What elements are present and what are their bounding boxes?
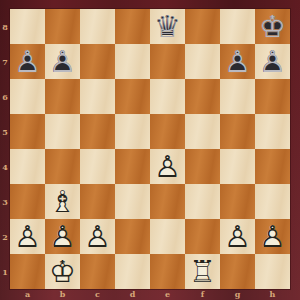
square-f6[interactable] — [185, 79, 220, 114]
file-label-c: c — [80, 289, 115, 300]
square-d3[interactable] — [115, 184, 150, 219]
square-f4[interactable] — [185, 149, 220, 184]
square-d6[interactable] — [115, 79, 150, 114]
white-pawn-glyph: ♟ — [220, 219, 255, 254]
square-e3[interactable] — [150, 184, 185, 219]
white-bishop-glyph: ♝ — [45, 184, 80, 219]
file-label-g: g — [220, 289, 255, 300]
white-bishop-outline: ♗ — [45, 184, 80, 219]
square-e2[interactable] — [150, 219, 185, 254]
piece-white-pawn-b2[interactable]: ♟♙ — [45, 219, 80, 254]
square-a1[interactable] — [10, 254, 45, 289]
square-d2[interactable] — [115, 219, 150, 254]
piece-black-queen-e8[interactable]: ♛♕ — [150, 9, 185, 44]
square-h5[interactable] — [255, 114, 290, 149]
square-b3[interactable]: ♝♗ — [45, 184, 80, 219]
square-a7[interactable]: ♟♙ — [10, 44, 45, 79]
file-label-b: b — [45, 289, 80, 300]
black-pawn-glyph: ♟ — [220, 44, 255, 79]
piece-black-pawn-h7[interactable]: ♟♙ — [255, 44, 290, 79]
square-e4[interactable]: ♟♙ — [150, 149, 185, 184]
rank-label-5: 5 — [0, 127, 10, 137]
piece-black-king-h8[interactable]: ♚♔ — [255, 9, 290, 44]
black-pawn-outline: ♙ — [10, 44, 45, 79]
square-h7[interactable]: ♟♙ — [255, 44, 290, 79]
square-a6[interactable] — [10, 79, 45, 114]
rank-label-1: 1 — [0, 267, 10, 277]
file-label-f: f — [185, 289, 220, 300]
square-b5[interactable] — [45, 114, 80, 149]
white-king-glyph: ♚ — [45, 254, 80, 289]
square-g8[interactable] — [220, 9, 255, 44]
black-pawn-outline: ♙ — [255, 44, 290, 79]
file-label-a: a — [10, 289, 45, 300]
square-e6[interactable] — [150, 79, 185, 114]
square-g7[interactable]: ♟♙ — [220, 44, 255, 79]
square-b8[interactable] — [45, 9, 80, 44]
black-pawn-outline: ♙ — [220, 44, 255, 79]
square-h6[interactable] — [255, 79, 290, 114]
square-b6[interactable] — [45, 79, 80, 114]
white-pawn-outline: ♙ — [255, 219, 290, 254]
square-a8[interactable] — [10, 9, 45, 44]
rank-label-3: 3 — [0, 197, 10, 207]
square-d4[interactable] — [115, 149, 150, 184]
file-label-d: d — [115, 289, 150, 300]
piece-white-pawn-a2[interactable]: ♟♙ — [10, 219, 45, 254]
file-label-h: h — [255, 289, 290, 300]
square-c1[interactable] — [80, 254, 115, 289]
square-g5[interactable] — [220, 114, 255, 149]
square-g6[interactable] — [220, 79, 255, 114]
black-pawn-glyph: ♟ — [10, 44, 45, 79]
square-b4[interactable] — [45, 149, 80, 184]
square-g1[interactable] — [220, 254, 255, 289]
white-pawn-glyph: ♟ — [45, 219, 80, 254]
piece-white-pawn-c2[interactable]: ♟♙ — [80, 219, 115, 254]
square-a4[interactable] — [10, 149, 45, 184]
white-pawn-outline: ♙ — [220, 219, 255, 254]
white-pawn-outline: ♙ — [150, 149, 185, 184]
piece-white-pawn-h2[interactable]: ♟♙ — [255, 219, 290, 254]
white-pawn-outline: ♙ — [10, 219, 45, 254]
square-h8[interactable]: ♚♔ — [255, 9, 290, 44]
black-queen-outline: ♕ — [150, 9, 185, 44]
square-e8[interactable]: ♛♕ — [150, 9, 185, 44]
rank-label-2: 2 — [0, 232, 10, 242]
square-g3[interactable] — [220, 184, 255, 219]
square-f3[interactable] — [185, 184, 220, 219]
piece-white-bishop-b3[interactable]: ♝♗ — [45, 184, 80, 219]
chess-board: ♛♕♚♔♟♙♟♙♟♙♟♙♟♙♝♗♟♙♟♙♟♙♟♙♟♙♚♔♜♖ — [10, 9, 290, 289]
square-d5[interactable] — [115, 114, 150, 149]
piece-black-pawn-g7[interactable]: ♟♙ — [220, 44, 255, 79]
square-h3[interactable] — [255, 184, 290, 219]
square-e5[interactable] — [150, 114, 185, 149]
square-b7[interactable]: ♟♙ — [45, 44, 80, 79]
square-c6[interactable] — [80, 79, 115, 114]
board-frame: ♛♕♚♔♟♙♟♙♟♙♟♙♟♙♝♗♟♙♟♙♟♙♟♙♟♙♚♔♜♖ 87654321 … — [0, 0, 300, 300]
white-pawn-glyph: ♟ — [255, 219, 290, 254]
square-d1[interactable] — [115, 254, 150, 289]
square-g2[interactable]: ♟♙ — [220, 219, 255, 254]
rank-label-6: 6 — [0, 92, 10, 102]
file-label-e: e — [150, 289, 185, 300]
white-pawn-outline: ♙ — [45, 219, 80, 254]
square-c4[interactable] — [80, 149, 115, 184]
square-c2[interactable]: ♟♙ — [80, 219, 115, 254]
square-d8[interactable] — [115, 9, 150, 44]
white-pawn-outline: ♙ — [80, 219, 115, 254]
square-c5[interactable] — [80, 114, 115, 149]
black-king-glyph: ♚ — [255, 9, 290, 44]
square-f1[interactable]: ♜♖ — [185, 254, 220, 289]
black-pawn-outline: ♙ — [45, 44, 80, 79]
square-a3[interactable] — [10, 184, 45, 219]
rank-label-4: 4 — [0, 162, 10, 172]
piece-white-pawn-g2[interactable]: ♟♙ — [220, 219, 255, 254]
square-d7[interactable] — [115, 44, 150, 79]
black-pawn-glyph: ♟ — [45, 44, 80, 79]
white-king-outline: ♔ — [45, 254, 80, 289]
square-f7[interactable] — [185, 44, 220, 79]
rank-label-7: 7 — [0, 57, 10, 67]
square-f5[interactable] — [185, 114, 220, 149]
black-queen-glyph: ♛ — [150, 9, 185, 44]
piece-black-pawn-b7[interactable]: ♟♙ — [45, 44, 80, 79]
square-h1[interactable] — [255, 254, 290, 289]
square-f8[interactable] — [185, 9, 220, 44]
square-b1[interactable]: ♚♔ — [45, 254, 80, 289]
white-rook-outline: ♖ — [185, 254, 220, 289]
white-pawn-glyph: ♟ — [150, 149, 185, 184]
white-rook-glyph: ♜ — [185, 254, 220, 289]
square-f2[interactable] — [185, 219, 220, 254]
white-pawn-glyph: ♟ — [10, 219, 45, 254]
square-c7[interactable] — [80, 44, 115, 79]
square-h4[interactable] — [255, 149, 290, 184]
square-c8[interactable] — [80, 9, 115, 44]
black-pawn-glyph: ♟ — [255, 44, 290, 79]
square-h2[interactable]: ♟♙ — [255, 219, 290, 254]
square-b2[interactable]: ♟♙ — [45, 219, 80, 254]
square-e7[interactable] — [150, 44, 185, 79]
square-g4[interactable] — [220, 149, 255, 184]
piece-white-king-b1[interactable]: ♚♔ — [45, 254, 80, 289]
piece-white-rook-f1[interactable]: ♜♖ — [185, 254, 220, 289]
square-a2[interactable]: ♟♙ — [10, 219, 45, 254]
rank-label-8: 8 — [0, 22, 10, 32]
square-a5[interactable] — [10, 114, 45, 149]
square-c3[interactable] — [80, 184, 115, 219]
white-pawn-glyph: ♟ — [80, 219, 115, 254]
black-king-outline: ♔ — [255, 9, 290, 44]
piece-white-pawn-e4[interactable]: ♟♙ — [150, 149, 185, 184]
piece-black-pawn-a7[interactable]: ♟♙ — [10, 44, 45, 79]
square-e1[interactable] — [150, 254, 185, 289]
